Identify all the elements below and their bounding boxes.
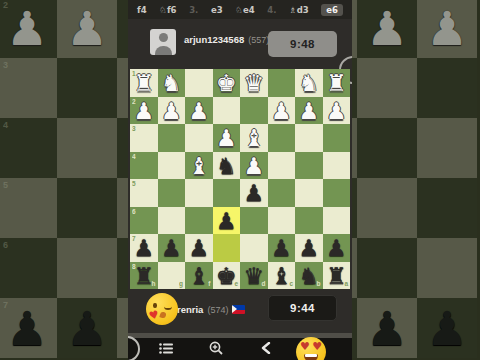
avatar-person-icon bbox=[155, 46, 172, 55]
white-queen-piece[interactable]: ♛ bbox=[240, 69, 268, 97]
file-coordinate: h bbox=[152, 281, 156, 288]
white-rook-piece[interactable]: ♜ bbox=[323, 69, 351, 97]
background-black-pawn: ♟ bbox=[0, 298, 57, 358]
square-d6[interactable] bbox=[240, 207, 268, 235]
background-black-pawn: ♟ bbox=[57, 298, 117, 358]
player-name[interactable]: arjun1234568 bbox=[184, 34, 244, 45]
square-e3[interactable]: ♟ bbox=[213, 124, 241, 152]
background-square bbox=[0, 178, 57, 238]
white-pawn-piece[interactable]: ♟ bbox=[268, 97, 296, 125]
move-number: 4. bbox=[267, 5, 276, 15]
background-white-pawn: ♟ bbox=[0, 0, 57, 58]
heart-icon: ♥ bbox=[148, 309, 160, 322]
background-square bbox=[417, 118, 477, 178]
square-g5[interactable] bbox=[158, 179, 186, 207]
move-list-bar: f4♘f63.e3♘e44.♗d3e6 bbox=[128, 0, 352, 19]
square-d2[interactable] bbox=[240, 97, 268, 125]
square-e2[interactable] bbox=[213, 97, 241, 125]
background-square bbox=[357, 238, 417, 298]
square-h7[interactable]: ♟7 bbox=[130, 234, 158, 262]
heart-eye-icon: ♥ bbox=[312, 341, 322, 352]
background-square bbox=[57, 178, 117, 238]
square-b4[interactable] bbox=[295, 152, 323, 180]
square-a4[interactable] bbox=[323, 152, 351, 180]
rank-coordinate: 3 bbox=[132, 126, 136, 133]
square-f3[interactable] bbox=[185, 124, 213, 152]
file-coordinate: e bbox=[234, 281, 238, 288]
avatar-person-icon bbox=[159, 33, 168, 42]
background-white-pawn: ♟ bbox=[57, 0, 117, 58]
kiss-emoji-avatar[interactable]: ♥ bbox=[146, 293, 178, 325]
white-knight-piece[interactable]: ♞ bbox=[295, 69, 323, 97]
file-coordinate: d bbox=[262, 281, 266, 288]
square-c7[interactable]: ♟ bbox=[268, 234, 296, 262]
black-pawn-piece[interactable]: ♟ bbox=[185, 234, 213, 262]
square-c4[interactable] bbox=[268, 152, 296, 180]
move-list-icon[interactable] bbox=[159, 343, 173, 354]
black-pawn-piece[interactable]: ♟ bbox=[323, 234, 351, 262]
player-top-row: arjun1234568 (557) 9:48 bbox=[128, 23, 352, 63]
emoji-teeth bbox=[305, 354, 317, 357]
white-bishop-piece[interactable]: ♝ bbox=[240, 124, 268, 152]
square-b3[interactable] bbox=[295, 124, 323, 152]
square-e1[interactable]: ♚ bbox=[213, 69, 241, 97]
square-e6[interactable]: ♟ bbox=[213, 207, 241, 235]
white-pawn-piece[interactable]: ♟ bbox=[213, 124, 241, 152]
square-b7[interactable]: ♟ bbox=[295, 234, 323, 262]
square-f7[interactable]: ♟ bbox=[185, 234, 213, 262]
player-bottom-row: ♥ renria (574) 9:44 bbox=[128, 291, 352, 331]
move-token[interactable]: ♘e4 bbox=[235, 5, 254, 15]
file-coordinate: g bbox=[179, 281, 183, 288]
square-g4[interactable] bbox=[158, 152, 186, 180]
square-c3[interactable] bbox=[268, 124, 296, 152]
square-h6[interactable]: 6 bbox=[130, 207, 158, 235]
avatar[interactable] bbox=[150, 29, 176, 55]
move-token[interactable]: ♘f6 bbox=[159, 5, 176, 15]
square-c5[interactable] bbox=[268, 179, 296, 207]
video-frame: ♟♟♟♟♟♟♟♟23456♟♟♟♟♟♟♟♟7 f4♘f63.e3♘e44.♗d3… bbox=[0, 0, 480, 360]
white-pawn-piece[interactable]: ♟ bbox=[323, 97, 351, 125]
square-a8[interactable]: ♜a bbox=[323, 262, 351, 290]
square-b6[interactable] bbox=[295, 207, 323, 235]
square-c8[interactable]: ♝c bbox=[268, 262, 296, 290]
square-g2[interactable]: ♟ bbox=[158, 97, 186, 125]
heart-eye-icon: ♥ bbox=[300, 341, 310, 352]
square-d5[interactable]: ♟ bbox=[240, 179, 268, 207]
rank-coordinate: 7 bbox=[132, 236, 136, 243]
square-f2[interactable]: ♟ bbox=[185, 97, 213, 125]
background-black-pawn: ♟ bbox=[357, 298, 417, 358]
square-a6[interactable] bbox=[323, 207, 351, 235]
white-bishop-piece[interactable]: ♝ bbox=[185, 152, 213, 180]
heart-eyes-emoji-reaction: ♥ ♥ bbox=[296, 337, 326, 360]
black-pawn-piece[interactable]: ♟ bbox=[295, 234, 323, 262]
rank-coordinate: 6 bbox=[132, 209, 136, 216]
philippines-flag-icon bbox=[232, 305, 245, 314]
square-g8[interactable]: g bbox=[158, 262, 186, 290]
background-square bbox=[0, 58, 57, 118]
square-h1[interactable]: ♜1 bbox=[130, 69, 158, 97]
background-square bbox=[0, 118, 57, 178]
square-f8[interactable]: ♝f bbox=[185, 262, 213, 290]
square-h3[interactable]: 3 bbox=[130, 124, 158, 152]
back-chevron-icon[interactable] bbox=[261, 342, 271, 354]
square-e5[interactable] bbox=[213, 179, 241, 207]
rank-coordinate: 5 bbox=[132, 181, 136, 188]
file-coordinate: c bbox=[289, 281, 293, 288]
square-g3[interactable] bbox=[158, 124, 186, 152]
move-number: 3. bbox=[189, 5, 198, 15]
move-token[interactable]: f4 bbox=[137, 5, 147, 15]
square-d3[interactable]: ♝ bbox=[240, 124, 268, 152]
square-a2[interactable]: ♟ bbox=[323, 97, 351, 125]
square-h5[interactable]: 5 bbox=[130, 179, 158, 207]
square-h2[interactable]: ♟2 bbox=[130, 97, 158, 125]
background-square bbox=[357, 118, 417, 178]
move-token[interactable]: ♗d3 bbox=[289, 5, 309, 15]
background-square bbox=[417, 238, 477, 298]
rank-coordinate: 1 bbox=[132, 71, 136, 78]
emoji-eye bbox=[153, 303, 157, 308]
toolbar-divider bbox=[128, 333, 352, 338]
square-a1[interactable]: ♜ bbox=[323, 69, 351, 97]
square-b5[interactable] bbox=[295, 179, 323, 207]
background-rank-label: 7 bbox=[3, 300, 8, 310]
white-pawn-piece[interactable]: ♟ bbox=[185, 97, 213, 125]
player-name[interactable]: renria bbox=[177, 304, 203, 315]
square-g6[interactable] bbox=[158, 207, 186, 235]
emoji-lips bbox=[159, 311, 166, 318]
square-f5[interactable] bbox=[185, 179, 213, 207]
rank-coordinate: 4 bbox=[132, 154, 136, 161]
rank-coordinate: 8 bbox=[132, 264, 136, 271]
move-token[interactable]: e3 bbox=[211, 5, 223, 15]
white-king-piece[interactable]: ♚ bbox=[213, 69, 241, 97]
square-d7[interactable] bbox=[240, 234, 268, 262]
white-pawn-piece[interactable]: ♟ bbox=[240, 152, 268, 180]
black-pawn-piece[interactable]: ♟ bbox=[240, 179, 268, 207]
square-a5[interactable] bbox=[323, 179, 351, 207]
background-rank-label: 5 bbox=[3, 180, 8, 190]
rank-coordinate: 2 bbox=[132, 99, 136, 106]
clock-bottom: 9:44 bbox=[268, 295, 337, 321]
white-pawn-piece[interactable]: ♟ bbox=[158, 97, 186, 125]
square-b2[interactable]: ♟ bbox=[295, 97, 323, 125]
background-rank-label: 2 bbox=[3, 0, 8, 10]
square-c2[interactable]: ♟ bbox=[268, 97, 296, 125]
background-rank-label: 4 bbox=[3, 120, 8, 130]
background-square bbox=[357, 58, 417, 118]
background-square bbox=[0, 238, 57, 298]
chess-board: ♜1♞♚♛♞♜♟2♟♟♟♟♟3♟♝4♝♞♟5♟6♟♟7♟♟♟♟♟♜8hg♝f♚e… bbox=[130, 69, 350, 289]
square-b8[interactable]: ♞b bbox=[295, 262, 323, 290]
square-h8[interactable]: ♜8h bbox=[130, 262, 158, 290]
square-g7[interactable]: ♟ bbox=[158, 234, 186, 262]
black-knight-piece[interactable]: ♞ bbox=[213, 152, 241, 180]
square-d4[interactable]: ♟ bbox=[240, 152, 268, 180]
background-square bbox=[417, 178, 477, 238]
square-f4[interactable]: ♝ bbox=[185, 152, 213, 180]
black-pawn-piece[interactable]: ♟ bbox=[268, 234, 296, 262]
player-rating: (574) bbox=[207, 305, 228, 315]
background-white-pawn: ♟ bbox=[357, 0, 417, 58]
square-e8[interactable]: ♚e bbox=[213, 262, 241, 290]
background-white-pawn: ♟ bbox=[417, 0, 477, 58]
square-d8[interactable]: ♛d bbox=[240, 262, 268, 290]
square-e4[interactable]: ♞ bbox=[213, 152, 241, 180]
square-d1[interactable]: ♛ bbox=[240, 69, 268, 97]
square-c6[interactable] bbox=[268, 207, 296, 235]
move-token[interactable]: e6 bbox=[321, 4, 343, 16]
background-square bbox=[57, 238, 117, 298]
square-a7[interactable]: ♟ bbox=[323, 234, 351, 262]
square-e7[interactable] bbox=[213, 234, 241, 262]
black-pawn-piece[interactable]: ♟ bbox=[213, 207, 241, 235]
clock-top: 9:48 bbox=[268, 31, 337, 57]
background-square bbox=[57, 58, 117, 118]
background-rank-label: 6 bbox=[3, 240, 8, 250]
square-c1[interactable] bbox=[268, 69, 296, 97]
file-coordinate: f bbox=[208, 281, 210, 288]
background-square bbox=[357, 178, 417, 238]
square-g1[interactable]: ♞ bbox=[158, 69, 186, 97]
square-a3[interactable] bbox=[323, 124, 351, 152]
phone-screenshot: f4♘f63.e3♘e44.♗d3e6 arjun1234568 (557) 9… bbox=[128, 0, 352, 360]
background-square bbox=[57, 118, 117, 178]
square-h4[interactable]: 4 bbox=[130, 152, 158, 180]
white-pawn-piece[interactable]: ♟ bbox=[295, 97, 323, 125]
file-coordinate: a bbox=[344, 281, 348, 288]
emoji-wink-eye bbox=[164, 303, 172, 310]
background-square bbox=[417, 58, 477, 118]
black-pawn-piece[interactable]: ♟ bbox=[158, 234, 186, 262]
square-f1[interactable] bbox=[185, 69, 213, 97]
square-b1[interactable]: ♞ bbox=[295, 69, 323, 97]
player-rating: (557) bbox=[248, 35, 269, 45]
zoom-in-icon[interactable] bbox=[209, 341, 223, 355]
background-rank-label: 3 bbox=[3, 60, 8, 70]
background-black-pawn: ♟ bbox=[417, 298, 477, 358]
square-f6[interactable] bbox=[185, 207, 213, 235]
white-knight-piece[interactable]: ♞ bbox=[158, 69, 186, 97]
file-coordinate: b bbox=[317, 281, 321, 288]
